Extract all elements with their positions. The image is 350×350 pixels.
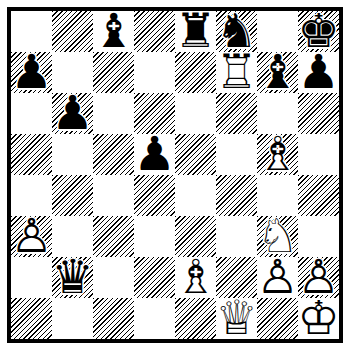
piece-outline-layer: ♔ [298,298,339,338]
square-a4[interactable] [11,175,52,216]
square-f6[interactable] [216,93,257,134]
square-e3[interactable] [175,216,216,257]
piece-outline-layer: ♙ [298,257,339,297]
square-g7[interactable]: ♝ [257,52,298,93]
square-f2[interactable] [216,257,257,298]
piece-white-pawn[interactable]: ♟♙ [298,257,339,298]
square-b6[interactable]: ♟ [52,93,93,134]
square-f8[interactable]: ♞ [216,11,257,52]
square-f3[interactable] [216,216,257,257]
square-e1[interactable] [175,298,216,339]
piece-white-pawn[interactable]: ♟♙ [257,257,298,298]
square-a1[interactable] [11,298,52,339]
piece-white-bishop[interactable]: ♝♗ [257,134,298,175]
square-c1[interactable] [93,298,134,339]
piece-black-rook[interactable]: ♜ [175,11,216,52]
piece-white-king[interactable]: ♚♔ [298,298,339,339]
square-d2[interactable] [134,257,175,298]
square-a3[interactable]: ♟♙ [11,216,52,257]
square-a6[interactable] [11,93,52,134]
square-b5[interactable] [52,134,93,175]
square-b2[interactable]: ♛ [52,257,93,298]
piece-outline-layer: ♙ [11,216,52,256]
piece-black-king[interactable]: ♚ [298,11,339,52]
piece-white-pawn[interactable]: ♟♙ [11,216,52,257]
piece-glyph: ♟ [134,134,175,174]
square-d5[interactable]: ♟ [134,134,175,175]
square-g6[interactable] [257,93,298,134]
piece-glyph: ♞ [216,11,257,51]
square-g2[interactable]: ♟♙ [257,257,298,298]
square-d7[interactable] [134,52,175,93]
square-a5[interactable] [11,134,52,175]
square-e2[interactable]: ♝♗ [175,257,216,298]
square-b8[interactable] [52,11,93,52]
square-a7[interactable]: ♟ [11,52,52,93]
square-c5[interactable] [93,134,134,175]
piece-black-pawn[interactable]: ♟ [11,52,52,93]
square-h8[interactable]: ♚ [298,11,339,52]
square-d3[interactable] [134,216,175,257]
piece-outline-layer: ♗ [175,257,216,297]
square-f5[interactable] [216,134,257,175]
square-a8[interactable] [11,11,52,52]
square-g8[interactable] [257,11,298,52]
square-e4[interactable] [175,175,216,216]
square-c3[interactable] [93,216,134,257]
piece-white-queen[interactable]: ♛♕ [216,298,257,339]
square-d8[interactable] [134,11,175,52]
piece-white-rook[interactable]: ♜♖ [216,52,257,93]
square-c4[interactable] [93,175,134,216]
square-e7[interactable] [175,52,216,93]
square-b4[interactable] [52,175,93,216]
piece-outline-layer: ♗ [257,134,298,174]
piece-black-knight[interactable]: ♞ [216,11,257,52]
square-c7[interactable] [93,52,134,93]
piece-glyph: ♚ [298,11,339,51]
piece-glyph: ♜ [175,11,216,51]
square-d6[interactable] [134,93,175,134]
square-c2[interactable] [93,257,134,298]
square-e8[interactable]: ♜ [175,11,216,52]
piece-white-bishop[interactable]: ♝♗ [175,257,216,298]
piece-glyph: ♟ [11,52,52,92]
square-h5[interactable] [298,134,339,175]
piece-glyph: ♟ [52,93,93,133]
square-e6[interactable] [175,93,216,134]
square-b3[interactable] [52,216,93,257]
square-h1[interactable]: ♚♔ [298,298,339,339]
square-f4[interactable] [216,175,257,216]
chess-diagram: ♝♜♞♚♟♜♖♝♟♟♟♝♗♟♙♞♘♛♝♗♟♙♟♙♛♕♚♔ [0,0,350,350]
square-d4[interactable] [134,175,175,216]
piece-glyph: ♛ [52,257,93,297]
square-g4[interactable] [257,175,298,216]
square-h2[interactable]: ♟♙ [298,257,339,298]
piece-white-knight[interactable]: ♞♘ [257,216,298,257]
piece-black-queen[interactable]: ♛ [52,257,93,298]
piece-glyph: ♝ [257,52,298,92]
square-b7[interactable] [52,52,93,93]
square-g5[interactable]: ♝♗ [257,134,298,175]
square-e5[interactable] [175,134,216,175]
piece-outline-layer: ♕ [216,298,257,338]
square-c8[interactable]: ♝ [93,11,134,52]
square-d1[interactable] [134,298,175,339]
piece-glyph: ♟ [298,52,339,92]
square-h4[interactable] [298,175,339,216]
piece-glyph: ♝ [93,11,134,51]
chess-board: ♝♜♞♚♟♜♖♝♟♟♟♝♗♟♙♞♘♛♝♗♟♙♟♙♛♕♚♔ [7,7,343,343]
piece-outline-layer: ♖ [216,52,257,92]
square-c6[interactable] [93,93,134,134]
square-g1[interactable] [257,298,298,339]
piece-black-pawn[interactable]: ♟ [134,134,175,175]
square-b1[interactable] [52,298,93,339]
square-h6[interactable] [298,93,339,134]
piece-black-bishop[interactable]: ♝ [257,52,298,93]
square-h3[interactable] [298,216,339,257]
square-h7[interactable]: ♟ [298,52,339,93]
square-f1[interactable]: ♛♕ [216,298,257,339]
piece-black-bishop[interactable]: ♝ [93,11,134,52]
piece-outline-layer: ♙ [257,257,298,297]
square-a2[interactable] [11,257,52,298]
square-g3[interactable]: ♞♘ [257,216,298,257]
piece-outline-layer: ♘ [257,216,298,256]
square-f7[interactable]: ♜♖ [216,52,257,93]
piece-black-pawn[interactable]: ♟ [298,52,339,93]
piece-black-pawn[interactable]: ♟ [52,93,93,134]
